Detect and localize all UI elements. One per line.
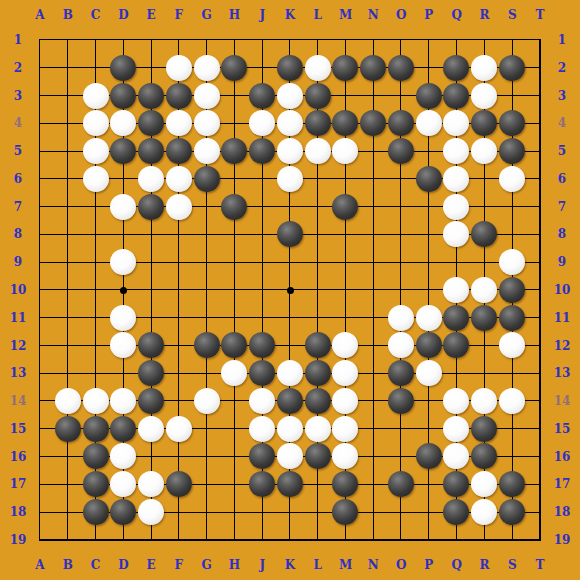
point-R16[interactable]: [470, 443, 498, 471]
point-L2[interactable]: [304, 54, 332, 82]
point-H6[interactable]: [220, 165, 248, 193]
point-D15[interactable]: [109, 415, 137, 443]
point-L8[interactable]: [304, 220, 332, 248]
point-F1[interactable]: [165, 26, 193, 54]
point-H1[interactable]: [220, 26, 248, 54]
point-F3[interactable]: [165, 82, 193, 110]
point-Q6[interactable]: [443, 165, 471, 193]
point-B17[interactable]: [54, 470, 82, 498]
point-M19[interactable]: [332, 526, 360, 554]
point-T18[interactable]: [526, 498, 554, 526]
point-K12[interactable]: [276, 332, 304, 360]
point-H3[interactable]: [220, 82, 248, 110]
point-C7[interactable]: [82, 193, 110, 221]
point-G4[interactable]: [193, 109, 221, 137]
point-D11[interactable]: [109, 304, 137, 332]
point-G8[interactable]: [193, 220, 221, 248]
point-F17[interactable]: [165, 470, 193, 498]
point-F7[interactable]: [165, 193, 193, 221]
point-A12[interactable]: [26, 332, 54, 360]
point-O8[interactable]: [387, 220, 415, 248]
point-L15[interactable]: [304, 415, 332, 443]
point-G11[interactable]: [193, 304, 221, 332]
point-S4[interactable]: [498, 109, 526, 137]
point-H17[interactable]: [220, 470, 248, 498]
point-P19[interactable]: [415, 526, 443, 554]
point-S13[interactable]: [498, 359, 526, 387]
point-B16[interactable]: [54, 443, 82, 471]
point-T7[interactable]: [526, 193, 554, 221]
point-N18[interactable]: [359, 498, 387, 526]
point-T16[interactable]: [526, 443, 554, 471]
point-R7[interactable]: [470, 193, 498, 221]
point-R8[interactable]: [470, 220, 498, 248]
point-E18[interactable]: [137, 498, 165, 526]
point-M6[interactable]: [332, 165, 360, 193]
point-O12[interactable]: [387, 332, 415, 360]
point-K11[interactable]: [276, 304, 304, 332]
point-R5[interactable]: [470, 137, 498, 165]
point-K10[interactable]: [276, 276, 304, 304]
point-J15[interactable]: [248, 415, 276, 443]
point-P6[interactable]: [415, 165, 443, 193]
point-L5[interactable]: [304, 137, 332, 165]
point-H8[interactable]: [220, 220, 248, 248]
point-J4[interactable]: [248, 109, 276, 137]
point-P7[interactable]: [415, 193, 443, 221]
point-R10[interactable]: [470, 276, 498, 304]
point-N6[interactable]: [359, 165, 387, 193]
point-T13[interactable]: [526, 359, 554, 387]
point-B7[interactable]: [54, 193, 82, 221]
point-P5[interactable]: [415, 137, 443, 165]
point-G2[interactable]: [193, 54, 221, 82]
point-C8[interactable]: [82, 220, 110, 248]
point-N16[interactable]: [359, 443, 387, 471]
point-D5[interactable]: [109, 137, 137, 165]
point-S8[interactable]: [498, 220, 526, 248]
point-P16[interactable]: [415, 443, 443, 471]
point-P2[interactable]: [415, 54, 443, 82]
point-C15[interactable]: [82, 415, 110, 443]
point-M16[interactable]: [332, 443, 360, 471]
point-F9[interactable]: [165, 248, 193, 276]
point-B10[interactable]: [54, 276, 82, 304]
point-P10[interactable]: [415, 276, 443, 304]
point-T15[interactable]: [526, 415, 554, 443]
point-E3[interactable]: [137, 82, 165, 110]
point-L17[interactable]: [304, 470, 332, 498]
point-A7[interactable]: [26, 193, 54, 221]
point-N13[interactable]: [359, 359, 387, 387]
point-P8[interactable]: [415, 220, 443, 248]
point-N15[interactable]: [359, 415, 387, 443]
point-S5[interactable]: [498, 137, 526, 165]
point-L7[interactable]: [304, 193, 332, 221]
point-Q15[interactable]: [443, 415, 471, 443]
point-Q13[interactable]: [443, 359, 471, 387]
point-R19[interactable]: [470, 526, 498, 554]
point-M13[interactable]: [332, 359, 360, 387]
point-L6[interactable]: [304, 165, 332, 193]
point-F12[interactable]: [165, 332, 193, 360]
point-Q2[interactable]: [443, 54, 471, 82]
point-B13[interactable]: [54, 359, 82, 387]
point-T5[interactable]: [526, 137, 554, 165]
point-T12[interactable]: [526, 332, 554, 360]
point-G16[interactable]: [193, 443, 221, 471]
point-C16[interactable]: [82, 443, 110, 471]
point-A13[interactable]: [26, 359, 54, 387]
point-H11[interactable]: [220, 304, 248, 332]
point-A5[interactable]: [26, 137, 54, 165]
point-E16[interactable]: [137, 443, 165, 471]
point-J18[interactable]: [248, 498, 276, 526]
point-M5[interactable]: [332, 137, 360, 165]
point-T8[interactable]: [526, 220, 554, 248]
point-Q3[interactable]: [443, 82, 471, 110]
point-D7[interactable]: [109, 193, 137, 221]
point-T1[interactable]: [526, 26, 554, 54]
point-T11[interactable]: [526, 304, 554, 332]
point-M7[interactable]: [332, 193, 360, 221]
point-K13[interactable]: [276, 359, 304, 387]
point-H9[interactable]: [220, 248, 248, 276]
point-P17[interactable]: [415, 470, 443, 498]
point-L14[interactable]: [304, 387, 332, 415]
point-A2[interactable]: [26, 54, 54, 82]
point-T10[interactable]: [526, 276, 554, 304]
point-R12[interactable]: [470, 332, 498, 360]
point-N3[interactable]: [359, 82, 387, 110]
point-K18[interactable]: [276, 498, 304, 526]
point-C12[interactable]: [82, 332, 110, 360]
point-C10[interactable]: [82, 276, 110, 304]
point-E7[interactable]: [137, 193, 165, 221]
point-O13[interactable]: [387, 359, 415, 387]
point-J6[interactable]: [248, 165, 276, 193]
point-O7[interactable]: [387, 193, 415, 221]
point-A14[interactable]: [26, 387, 54, 415]
point-A19[interactable]: [26, 526, 54, 554]
point-M12[interactable]: [332, 332, 360, 360]
point-M9[interactable]: [332, 248, 360, 276]
point-R18[interactable]: [470, 498, 498, 526]
point-D6[interactable]: [109, 165, 137, 193]
point-F4[interactable]: [165, 109, 193, 137]
point-Q17[interactable]: [443, 470, 471, 498]
point-C6[interactable]: [82, 165, 110, 193]
point-N9[interactable]: [359, 248, 387, 276]
point-M4[interactable]: [332, 109, 360, 137]
point-N11[interactable]: [359, 304, 387, 332]
point-P4[interactable]: [415, 109, 443, 137]
point-S1[interactable]: [498, 26, 526, 54]
point-E1[interactable]: [137, 26, 165, 54]
point-O11[interactable]: [387, 304, 415, 332]
point-N17[interactable]: [359, 470, 387, 498]
point-B14[interactable]: [54, 387, 82, 415]
point-B9[interactable]: [54, 248, 82, 276]
point-E6[interactable]: [137, 165, 165, 193]
point-E10[interactable]: [137, 276, 165, 304]
point-A18[interactable]: [26, 498, 54, 526]
point-L3[interactable]: [304, 82, 332, 110]
point-E5[interactable]: [137, 137, 165, 165]
point-C3[interactable]: [82, 82, 110, 110]
point-O19[interactable]: [387, 526, 415, 554]
point-H19[interactable]: [220, 526, 248, 554]
point-N4[interactable]: [359, 109, 387, 137]
point-H12[interactable]: [220, 332, 248, 360]
point-S18[interactable]: [498, 498, 526, 526]
point-M17[interactable]: [332, 470, 360, 498]
point-S16[interactable]: [498, 443, 526, 471]
point-K19[interactable]: [276, 526, 304, 554]
point-R4[interactable]: [470, 109, 498, 137]
point-O6[interactable]: [387, 165, 415, 193]
point-Q7[interactable]: [443, 193, 471, 221]
point-K16[interactable]: [276, 443, 304, 471]
point-K2[interactable]: [276, 54, 304, 82]
point-P18[interactable]: [415, 498, 443, 526]
point-M1[interactable]: [332, 26, 360, 54]
point-C17[interactable]: [82, 470, 110, 498]
point-C11[interactable]: [82, 304, 110, 332]
point-C4[interactable]: [82, 109, 110, 137]
point-R14[interactable]: [470, 387, 498, 415]
point-E2[interactable]: [137, 54, 165, 82]
point-H10[interactable]: [220, 276, 248, 304]
point-A3[interactable]: [26, 82, 54, 110]
point-O17[interactable]: [387, 470, 415, 498]
point-R2[interactable]: [470, 54, 498, 82]
point-G18[interactable]: [193, 498, 221, 526]
point-C9[interactable]: [82, 248, 110, 276]
point-A16[interactable]: [26, 443, 54, 471]
point-T6[interactable]: [526, 165, 554, 193]
point-A15[interactable]: [26, 415, 54, 443]
point-A4[interactable]: [26, 109, 54, 137]
point-E14[interactable]: [137, 387, 165, 415]
point-T3[interactable]: [526, 82, 554, 110]
point-N19[interactable]: [359, 526, 387, 554]
point-E12[interactable]: [137, 332, 165, 360]
point-E19[interactable]: [137, 526, 165, 554]
point-J9[interactable]: [248, 248, 276, 276]
point-K9[interactable]: [276, 248, 304, 276]
point-R11[interactable]: [470, 304, 498, 332]
point-K5[interactable]: [276, 137, 304, 165]
point-H13[interactable]: [220, 359, 248, 387]
point-Q4[interactable]: [443, 109, 471, 137]
point-C2[interactable]: [82, 54, 110, 82]
point-K17[interactable]: [276, 470, 304, 498]
point-F2[interactable]: [165, 54, 193, 82]
point-G5[interactable]: [193, 137, 221, 165]
point-B11[interactable]: [54, 304, 82, 332]
point-H15[interactable]: [220, 415, 248, 443]
point-B12[interactable]: [54, 332, 82, 360]
point-G9[interactable]: [193, 248, 221, 276]
point-F8[interactable]: [165, 220, 193, 248]
point-E9[interactable]: [137, 248, 165, 276]
point-L1[interactable]: [304, 26, 332, 54]
point-B5[interactable]: [54, 137, 82, 165]
point-S2[interactable]: [498, 54, 526, 82]
point-J5[interactable]: [248, 137, 276, 165]
point-P9[interactable]: [415, 248, 443, 276]
point-T19[interactable]: [526, 526, 554, 554]
point-M18[interactable]: [332, 498, 360, 526]
point-N12[interactable]: [359, 332, 387, 360]
point-Q8[interactable]: [443, 220, 471, 248]
point-H14[interactable]: [220, 387, 248, 415]
point-F13[interactable]: [165, 359, 193, 387]
point-Q12[interactable]: [443, 332, 471, 360]
point-R1[interactable]: [470, 26, 498, 54]
point-P14[interactable]: [415, 387, 443, 415]
point-Q18[interactable]: [443, 498, 471, 526]
point-L9[interactable]: [304, 248, 332, 276]
point-K3[interactable]: [276, 82, 304, 110]
point-M3[interactable]: [332, 82, 360, 110]
point-B3[interactable]: [54, 82, 82, 110]
point-S17[interactable]: [498, 470, 526, 498]
point-O3[interactable]: [387, 82, 415, 110]
point-L4[interactable]: [304, 109, 332, 137]
point-B2[interactable]: [54, 54, 82, 82]
point-G1[interactable]: [193, 26, 221, 54]
point-K14[interactable]: [276, 387, 304, 415]
point-P1[interactable]: [415, 26, 443, 54]
point-S3[interactable]: [498, 82, 526, 110]
point-Q19[interactable]: [443, 526, 471, 554]
point-R13[interactable]: [470, 359, 498, 387]
point-F5[interactable]: [165, 137, 193, 165]
point-O5[interactable]: [387, 137, 415, 165]
point-J11[interactable]: [248, 304, 276, 332]
point-G7[interactable]: [193, 193, 221, 221]
point-S19[interactable]: [498, 526, 526, 554]
point-J13[interactable]: [248, 359, 276, 387]
point-N2[interactable]: [359, 54, 387, 82]
point-N7[interactable]: [359, 193, 387, 221]
point-K6[interactable]: [276, 165, 304, 193]
point-L18[interactable]: [304, 498, 332, 526]
point-M2[interactable]: [332, 54, 360, 82]
point-F14[interactable]: [165, 387, 193, 415]
point-D12[interactable]: [109, 332, 137, 360]
point-G15[interactable]: [193, 415, 221, 443]
point-D14[interactable]: [109, 387, 137, 415]
point-M10[interactable]: [332, 276, 360, 304]
point-G17[interactable]: [193, 470, 221, 498]
point-S7[interactable]: [498, 193, 526, 221]
point-N5[interactable]: [359, 137, 387, 165]
point-N8[interactable]: [359, 220, 387, 248]
point-L13[interactable]: [304, 359, 332, 387]
point-C18[interactable]: [82, 498, 110, 526]
point-T14[interactable]: [526, 387, 554, 415]
point-N10[interactable]: [359, 276, 387, 304]
point-S11[interactable]: [498, 304, 526, 332]
point-J19[interactable]: [248, 526, 276, 554]
point-G3[interactable]: [193, 82, 221, 110]
point-F6[interactable]: [165, 165, 193, 193]
point-B6[interactable]: [54, 165, 82, 193]
point-B19[interactable]: [54, 526, 82, 554]
point-N1[interactable]: [359, 26, 387, 54]
point-G10[interactable]: [193, 276, 221, 304]
point-P12[interactable]: [415, 332, 443, 360]
point-L19[interactable]: [304, 526, 332, 554]
point-J16[interactable]: [248, 443, 276, 471]
point-C1[interactable]: [82, 26, 110, 54]
point-Q10[interactable]: [443, 276, 471, 304]
point-O15[interactable]: [387, 415, 415, 443]
point-B8[interactable]: [54, 220, 82, 248]
point-E4[interactable]: [137, 109, 165, 137]
point-G12[interactable]: [193, 332, 221, 360]
point-S6[interactable]: [498, 165, 526, 193]
point-C5[interactable]: [82, 137, 110, 165]
point-O14[interactable]: [387, 387, 415, 415]
point-Q9[interactable]: [443, 248, 471, 276]
point-J7[interactable]: [248, 193, 276, 221]
point-K8[interactable]: [276, 220, 304, 248]
point-D3[interactable]: [109, 82, 137, 110]
point-D1[interactable]: [109, 26, 137, 54]
point-D8[interactable]: [109, 220, 137, 248]
point-E11[interactable]: [137, 304, 165, 332]
point-D18[interactable]: [109, 498, 137, 526]
point-P13[interactable]: [415, 359, 443, 387]
point-C19[interactable]: [82, 526, 110, 554]
point-D17[interactable]: [109, 470, 137, 498]
point-E8[interactable]: [137, 220, 165, 248]
point-Q11[interactable]: [443, 304, 471, 332]
point-S12[interactable]: [498, 332, 526, 360]
point-K15[interactable]: [276, 415, 304, 443]
point-S15[interactable]: [498, 415, 526, 443]
point-A10[interactable]: [26, 276, 54, 304]
point-K1[interactable]: [276, 26, 304, 54]
point-R17[interactable]: [470, 470, 498, 498]
point-Q5[interactable]: [443, 137, 471, 165]
point-H2[interactable]: [220, 54, 248, 82]
point-O10[interactable]: [387, 276, 415, 304]
point-Q16[interactable]: [443, 443, 471, 471]
point-H16[interactable]: [220, 443, 248, 471]
point-F15[interactable]: [165, 415, 193, 443]
point-B1[interactable]: [54, 26, 82, 54]
point-J2[interactable]: [248, 54, 276, 82]
point-G13[interactable]: [193, 359, 221, 387]
point-F18[interactable]: [165, 498, 193, 526]
point-O18[interactable]: [387, 498, 415, 526]
point-O2[interactable]: [387, 54, 415, 82]
point-R15[interactable]: [470, 415, 498, 443]
point-O16[interactable]: [387, 443, 415, 471]
point-D19[interactable]: [109, 526, 137, 554]
point-F10[interactable]: [165, 276, 193, 304]
point-L12[interactable]: [304, 332, 332, 360]
point-A17[interactable]: [26, 470, 54, 498]
point-P11[interactable]: [415, 304, 443, 332]
point-E13[interactable]: [137, 359, 165, 387]
point-M8[interactable]: [332, 220, 360, 248]
